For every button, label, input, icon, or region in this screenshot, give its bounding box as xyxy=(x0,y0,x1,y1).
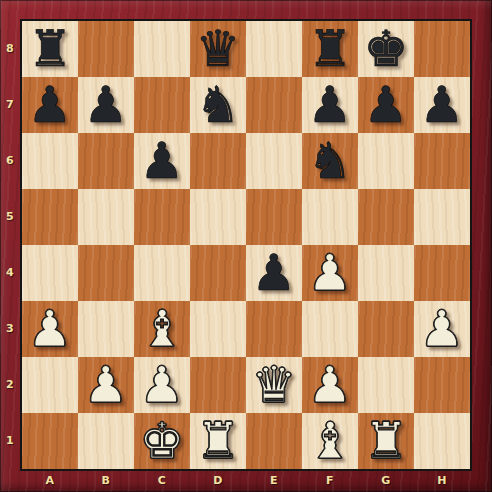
piece-black-pawn[interactable]: ♟ xyxy=(358,77,414,133)
square-g6[interactable] xyxy=(358,133,414,189)
file-label-e: E xyxy=(246,471,302,492)
square-c6[interactable]: ♟ xyxy=(134,133,190,189)
rank-label-5: 5 xyxy=(0,189,20,245)
square-e8[interactable] xyxy=(246,21,302,77)
chess-board: ♜♛♜♚♟♟♞♟♟♟♟♞♟♟♟♝♟♟♟♛♟♚♜♝♜ xyxy=(20,19,472,471)
square-h6[interactable] xyxy=(414,133,470,189)
rank-label-3: 3 xyxy=(0,301,20,357)
square-f5[interactable] xyxy=(302,189,358,245)
square-e6[interactable] xyxy=(246,133,302,189)
piece-black-knight[interactable]: ♞ xyxy=(190,77,246,133)
square-g4[interactable] xyxy=(358,245,414,301)
square-d4[interactable] xyxy=(190,245,246,301)
square-a6[interactable] xyxy=(22,133,78,189)
square-g5[interactable] xyxy=(358,189,414,245)
square-d1[interactable]: ♜ xyxy=(190,413,246,469)
file-label-c: C xyxy=(134,471,190,492)
square-b6[interactable] xyxy=(78,133,134,189)
square-d6[interactable] xyxy=(190,133,246,189)
file-label-g: G xyxy=(358,471,414,492)
file-label-b: B xyxy=(78,471,134,492)
square-f8[interactable]: ♜ xyxy=(302,21,358,77)
square-a4[interactable] xyxy=(22,245,78,301)
square-c3[interactable]: ♝ xyxy=(134,301,190,357)
piece-black-pawn[interactable]: ♟ xyxy=(414,77,470,133)
piece-white-pawn[interactable]: ♟ xyxy=(414,301,470,357)
square-b3[interactable] xyxy=(78,301,134,357)
square-d7[interactable]: ♞ xyxy=(190,77,246,133)
piece-black-pawn[interactable]: ♟ xyxy=(134,133,190,189)
square-h4[interactable] xyxy=(414,245,470,301)
piece-white-pawn[interactable]: ♟ xyxy=(302,357,358,413)
piece-black-knight[interactable]: ♞ xyxy=(302,133,358,189)
square-h3[interactable]: ♟ xyxy=(414,301,470,357)
piece-white-rook[interactable]: ♜ xyxy=(358,413,414,469)
file-label-f: F xyxy=(302,471,358,492)
square-d3[interactable] xyxy=(190,301,246,357)
chess-board-frame: ♜♛♜♚♟♟♞♟♟♟♟♞♟♟♟♝♟♟♟♛♟♚♜♝♜ 87654321 ABCDE… xyxy=(0,0,492,492)
square-a5[interactable] xyxy=(22,189,78,245)
piece-black-rook[interactable]: ♜ xyxy=(22,21,78,77)
square-f3[interactable] xyxy=(302,301,358,357)
square-a1[interactable] xyxy=(22,413,78,469)
piece-white-pawn[interactable]: ♟ xyxy=(302,245,358,301)
square-a8[interactable]: ♜ xyxy=(22,21,78,77)
file-label-a: A xyxy=(22,471,78,492)
piece-black-rook[interactable]: ♜ xyxy=(302,21,358,77)
square-c5[interactable] xyxy=(134,189,190,245)
square-d5[interactable] xyxy=(190,189,246,245)
rank-label-1: 1 xyxy=(0,413,20,469)
square-e3[interactable] xyxy=(246,301,302,357)
square-h7[interactable]: ♟ xyxy=(414,77,470,133)
square-e7[interactable] xyxy=(246,77,302,133)
square-e4[interactable]: ♟ xyxy=(246,245,302,301)
file-label-d: D xyxy=(190,471,246,492)
square-a2[interactable] xyxy=(22,357,78,413)
square-h8[interactable] xyxy=(414,21,470,77)
piece-white-king[interactable]: ♚ xyxy=(134,413,190,469)
square-a7[interactable]: ♟ xyxy=(22,77,78,133)
square-c2[interactable]: ♟ xyxy=(134,357,190,413)
square-g2[interactable] xyxy=(358,357,414,413)
piece-white-bishop[interactable]: ♝ xyxy=(302,413,358,469)
piece-black-pawn[interactable]: ♟ xyxy=(246,245,302,301)
piece-white-bishop[interactable]: ♝ xyxy=(134,301,190,357)
square-g7[interactable]: ♟ xyxy=(358,77,414,133)
square-c8[interactable] xyxy=(134,21,190,77)
square-f4[interactable]: ♟ xyxy=(302,245,358,301)
piece-white-pawn[interactable]: ♟ xyxy=(134,357,190,413)
piece-black-queen[interactable]: ♛ xyxy=(190,21,246,77)
square-d8[interactable]: ♛ xyxy=(190,21,246,77)
rank-label-4: 4 xyxy=(0,245,20,301)
square-g1[interactable]: ♜ xyxy=(358,413,414,469)
rank-label-2: 2 xyxy=(0,357,20,413)
rank-label-6: 6 xyxy=(0,133,20,189)
piece-white-pawn[interactable]: ♟ xyxy=(22,301,78,357)
square-e1[interactable] xyxy=(246,413,302,469)
square-f6[interactable]: ♞ xyxy=(302,133,358,189)
square-b4[interactable] xyxy=(78,245,134,301)
piece-black-pawn[interactable]: ♟ xyxy=(302,77,358,133)
piece-black-king[interactable]: ♚ xyxy=(358,21,414,77)
square-e5[interactable] xyxy=(246,189,302,245)
piece-white-queen[interactable]: ♛ xyxy=(246,357,302,413)
square-c7[interactable] xyxy=(134,77,190,133)
square-f1[interactable]: ♝ xyxy=(302,413,358,469)
square-b1[interactable] xyxy=(78,413,134,469)
square-d2[interactable] xyxy=(190,357,246,413)
square-f2[interactable]: ♟ xyxy=(302,357,358,413)
piece-white-rook[interactable]: ♜ xyxy=(190,413,246,469)
rank-label-8: 8 xyxy=(0,21,20,77)
file-label-h: H xyxy=(414,471,470,492)
piece-white-pawn[interactable]: ♟ xyxy=(78,357,134,413)
square-h1[interactable] xyxy=(414,413,470,469)
piece-black-pawn[interactable]: ♟ xyxy=(78,77,134,133)
square-h5[interactable] xyxy=(414,189,470,245)
square-h2[interactable] xyxy=(414,357,470,413)
square-c4[interactable] xyxy=(134,245,190,301)
square-g3[interactable] xyxy=(358,301,414,357)
square-b2[interactable]: ♟ xyxy=(78,357,134,413)
piece-black-pawn[interactable]: ♟ xyxy=(22,77,78,133)
square-b8[interactable] xyxy=(78,21,134,77)
square-g8[interactable]: ♚ xyxy=(358,21,414,77)
square-b5[interactable] xyxy=(78,189,134,245)
rank-label-7: 7 xyxy=(0,77,20,133)
square-b7[interactable]: ♟ xyxy=(78,77,134,133)
square-e2[interactable]: ♛ xyxy=(246,357,302,413)
square-f7[interactable]: ♟ xyxy=(302,77,358,133)
square-a3[interactable]: ♟ xyxy=(22,301,78,357)
square-c1[interactable]: ♚ xyxy=(134,413,190,469)
